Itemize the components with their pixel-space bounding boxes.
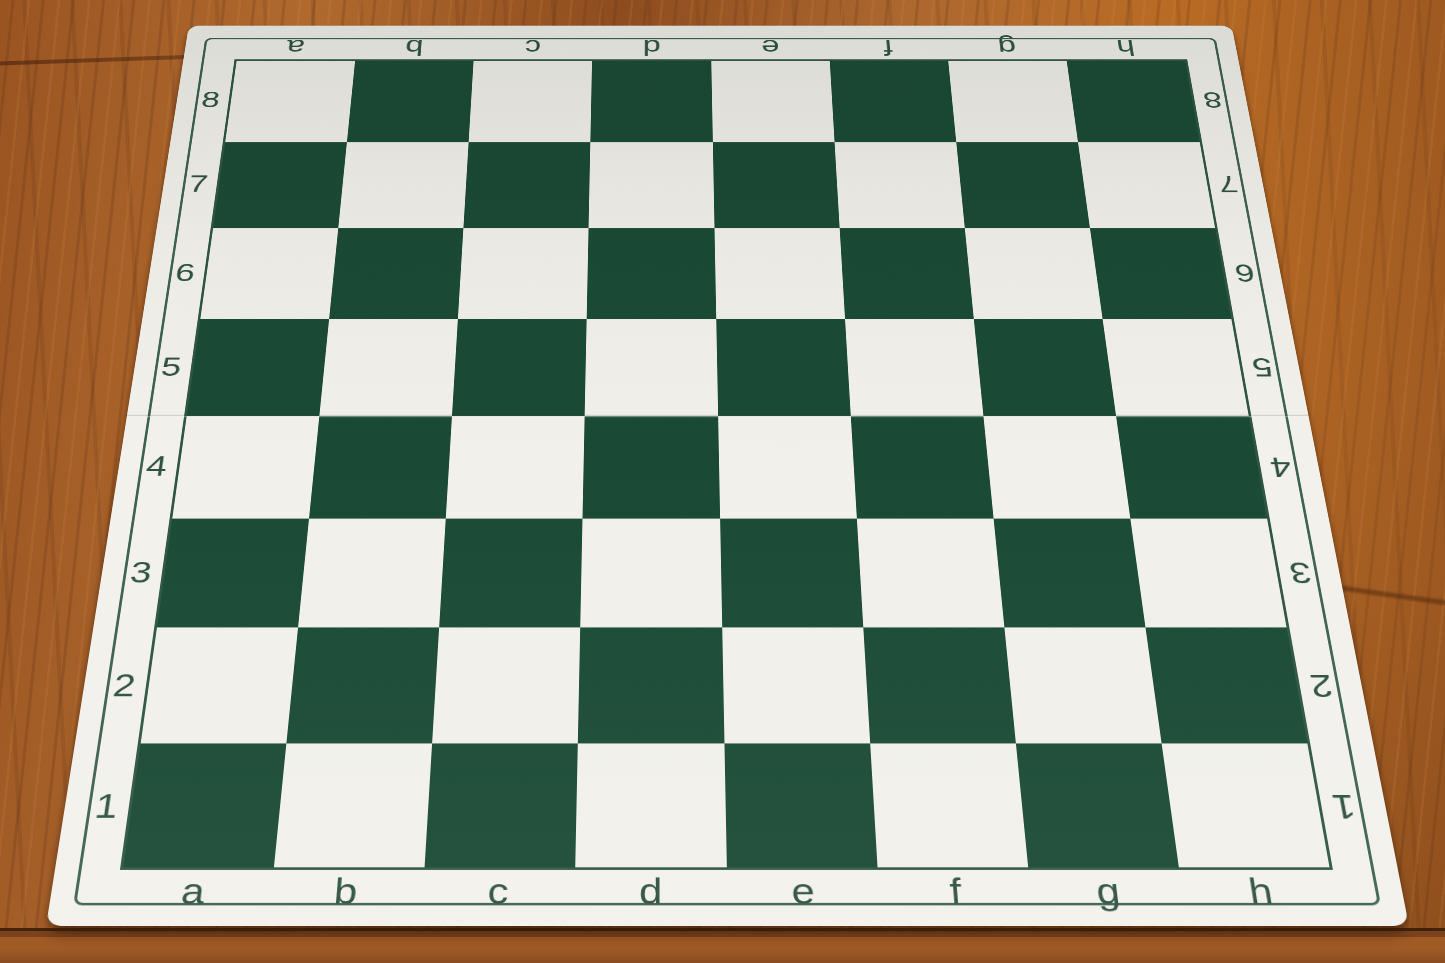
- square-d8[interactable]: [591, 61, 713, 142]
- square-h6[interactable]: [1090, 228, 1232, 319]
- square-h5[interactable]: [1103, 319, 1249, 415]
- square-d6[interactable]: [587, 228, 716, 319]
- square-c1[interactable]: [425, 743, 578, 867]
- square-b8[interactable]: [347, 61, 474, 142]
- square-d2[interactable]: [578, 627, 724, 743]
- file-label: f: [828, 35, 949, 60]
- file-label: h: [1065, 35, 1188, 60]
- square-a8[interactable]: [225, 61, 355, 142]
- square-b7[interactable]: [338, 142, 468, 228]
- square-e3[interactable]: [720, 518, 863, 627]
- square-g8[interactable]: [948, 61, 1078, 142]
- square-h3[interactable]: [1130, 518, 1286, 627]
- square-h8[interactable]: [1067, 61, 1200, 142]
- square-h7[interactable]: [1078, 142, 1215, 228]
- square-e5[interactable]: [716, 319, 851, 415]
- file-label: a: [235, 35, 357, 60]
- file-label: d: [574, 872, 727, 913]
- square-h2[interactable]: [1145, 627, 1307, 743]
- square-b5[interactable]: [319, 319, 458, 415]
- square-d7[interactable]: [589, 142, 714, 228]
- square-a6[interactable]: [200, 228, 338, 319]
- square-b4[interactable]: [309, 416, 452, 518]
- square-g1[interactable]: [1016, 743, 1179, 867]
- square-f7[interactable]: [834, 142, 964, 228]
- square-f8[interactable]: [829, 61, 956, 142]
- square-f6[interactable]: [839, 228, 973, 319]
- square-a1[interactable]: [123, 743, 286, 867]
- square-f3[interactable]: [857, 518, 1005, 627]
- file-label: f: [878, 872, 1034, 913]
- board-surface: abcdefgh abcdefgh 87654321 87654321: [46, 26, 1409, 926]
- square-c6[interactable]: [458, 228, 589, 319]
- file-label: a: [114, 872, 271, 913]
- file-labels-top: abcdefgh: [235, 35, 1188, 60]
- square-c5[interactable]: [452, 319, 587, 415]
- file-label: c: [473, 35, 593, 60]
- square-e1[interactable]: [724, 743, 877, 867]
- square-b3[interactable]: [298, 518, 446, 627]
- file-label: h: [1182, 872, 1341, 913]
- file-label: g: [947, 35, 1069, 60]
- square-e2[interactable]: [722, 627, 870, 743]
- file-label: e: [710, 35, 830, 60]
- square-g4[interactable]: [983, 416, 1130, 518]
- file-labels-bottom: abcdefgh: [114, 872, 1341, 913]
- square-a2[interactable]: [141, 627, 299, 743]
- square-b2[interactable]: [287, 627, 440, 743]
- square-f4[interactable]: [850, 416, 993, 518]
- square-a5[interactable]: [187, 319, 329, 415]
- file-label: g: [1030, 872, 1187, 913]
- square-a4[interactable]: [172, 416, 319, 518]
- play-area: [120, 59, 1333, 869]
- square-g2[interactable]: [1004, 627, 1161, 743]
- square-f1[interactable]: [870, 743, 1028, 867]
- square-c8[interactable]: [469, 61, 593, 142]
- square-e6[interactable]: [714, 228, 845, 319]
- file-label: e: [726, 872, 880, 913]
- chessboard: abcdefgh abcdefgh 87654321 87654321: [46, 26, 1409, 926]
- table-edge: [0, 928, 1445, 963]
- square-g3[interactable]: [993, 518, 1145, 627]
- square-c4[interactable]: [446, 416, 585, 518]
- square-a7[interactable]: [213, 142, 347, 228]
- square-g6[interactable]: [965, 228, 1103, 319]
- square-f5[interactable]: [845, 319, 983, 415]
- square-h1[interactable]: [1161, 743, 1329, 867]
- square-e4[interactable]: [718, 416, 857, 518]
- square-d1[interactable]: [576, 743, 727, 867]
- file-label: b: [267, 872, 423, 913]
- square-d3[interactable]: [581, 518, 722, 627]
- square-b6[interactable]: [329, 228, 463, 319]
- square-d4[interactable]: [583, 416, 720, 518]
- square-h4[interactable]: [1116, 416, 1267, 518]
- file-label: d: [592, 35, 711, 60]
- square-b1[interactable]: [274, 743, 432, 867]
- square-e7[interactable]: [712, 142, 839, 228]
- file-label: b: [354, 35, 475, 60]
- square-e8[interactable]: [711, 61, 834, 142]
- square-g5[interactable]: [974, 319, 1116, 415]
- square-c3[interactable]: [439, 518, 582, 627]
- square-f2[interactable]: [863, 627, 1016, 743]
- square-c2[interactable]: [432, 627, 580, 743]
- square-a3[interactable]: [157, 518, 309, 627]
- square-d5[interactable]: [585, 319, 718, 415]
- square-g7[interactable]: [956, 142, 1090, 228]
- file-label: c: [421, 872, 575, 913]
- square-c7[interactable]: [464, 142, 591, 228]
